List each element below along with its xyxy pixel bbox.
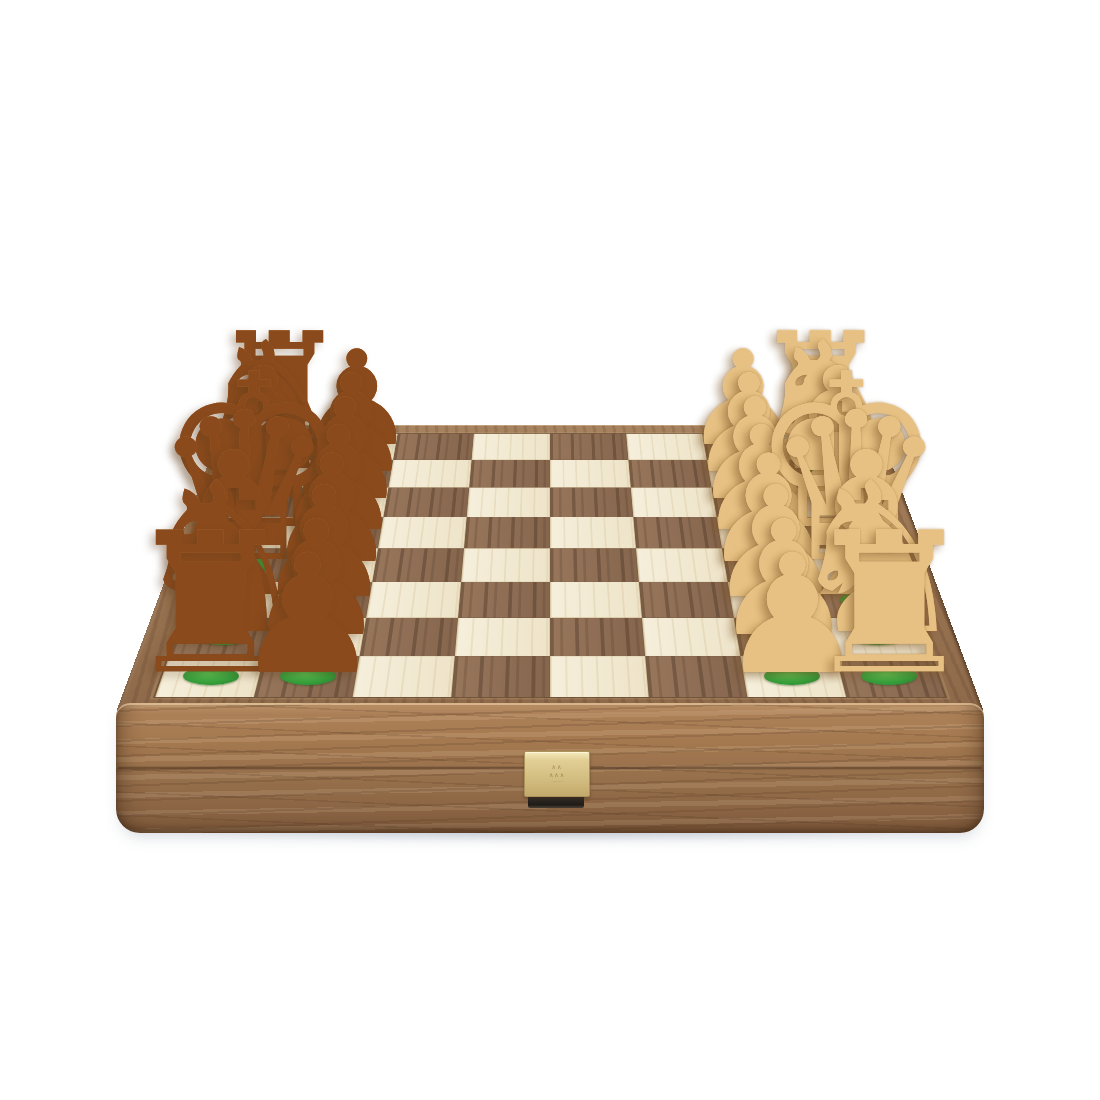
square-h7[interactable] [315,434,398,460]
square-c6[interactable] [366,582,461,618]
square-d2[interactable] [722,548,817,581]
square-g6[interactable] [388,460,471,488]
clasp-logo-mark: ∧∧∧ [549,772,565,778]
square-b7[interactable] [264,618,366,656]
square-h5[interactable] [472,434,550,460]
square-d8[interactable] [195,548,292,581]
square-f6[interactable] [383,488,469,517]
square-e4[interactable] [550,517,636,548]
square-g1[interactable] [785,460,873,488]
square-f4[interactable] [550,488,633,517]
brass-clasp: ∧∧ ∧∧∧ ········· [524,751,588,807]
square-h3[interactable] [626,434,707,460]
square-d3[interactable] [636,548,728,581]
square-a8[interactable] [155,656,264,697]
square-d5[interactable] [461,548,550,581]
square-e2[interactable] [717,517,808,548]
square-b4[interactable] [550,618,645,656]
square-a1[interactable] [836,656,945,697]
square-d7[interactable] [283,548,378,581]
square-h2[interactable] [702,434,785,460]
square-f1[interactable] [792,488,883,517]
square-a4[interactable] [550,656,649,697]
square-b6[interactable] [360,618,458,656]
clasp-logo-mark: ∧∧ [552,764,563,770]
square-c4[interactable] [550,582,642,618]
square-h6[interactable] [393,434,474,460]
chess-board [116,425,984,712]
square-f5[interactable] [467,488,550,517]
clasp-plate: ∧∧ ∧∧∧ ········· [524,751,590,797]
square-b5[interactable] [455,618,550,656]
square-f3[interactable] [631,488,717,517]
square-e7[interactable] [292,517,383,548]
square-a5[interactable] [451,656,550,697]
square-g5[interactable] [469,460,550,488]
square-a6[interactable] [353,656,455,697]
photo-backdrop: ∧∧ ∧∧∧ ········· ♜♟♟♜♞♟♟♞♝♟♟♝♚♟♟♚♛♟♟♛♝♟♟… [0,0,1100,1100]
square-h8[interactable] [236,434,321,460]
square-g3[interactable] [628,460,711,488]
square-g4[interactable] [550,460,631,488]
square-c3[interactable] [639,582,734,618]
square-c8[interactable] [182,582,283,618]
square-e5[interactable] [464,517,550,548]
clasp-wordmark: ········· [551,780,562,784]
square-a3[interactable] [645,656,747,697]
square-e3[interactable] [633,517,722,548]
square-b8[interactable] [169,618,274,656]
square-e8[interactable] [206,517,300,548]
square-c2[interactable] [728,582,826,618]
square-d4[interactable] [550,548,639,581]
square-f2[interactable] [712,488,800,517]
square-b2[interactable] [734,618,836,656]
square-g7[interactable] [308,460,394,488]
square-d1[interactable] [808,548,905,581]
square-e6[interactable] [378,517,467,548]
square-c1[interactable] [817,582,918,618]
square-d6[interactable] [372,548,464,581]
board-grid [155,434,945,698]
square-a7[interactable] [254,656,360,697]
square-f8[interactable] [217,488,308,517]
square-a2[interactable] [740,656,846,697]
square-g8[interactable] [227,460,315,488]
square-h4[interactable] [550,434,628,460]
square-f7[interactable] [300,488,388,517]
clasp-keeper [528,797,584,808]
walnut-case-front: ∧∧ ∧∧∧ ········· [116,703,984,833]
square-h1[interactable] [778,434,863,460]
square-e1[interactable] [800,517,894,548]
square-c7[interactable] [274,582,372,618]
square-g2[interactable] [707,460,793,488]
square-b1[interactable] [826,618,931,656]
square-c5[interactable] [458,582,550,618]
square-b3[interactable] [642,618,740,656]
